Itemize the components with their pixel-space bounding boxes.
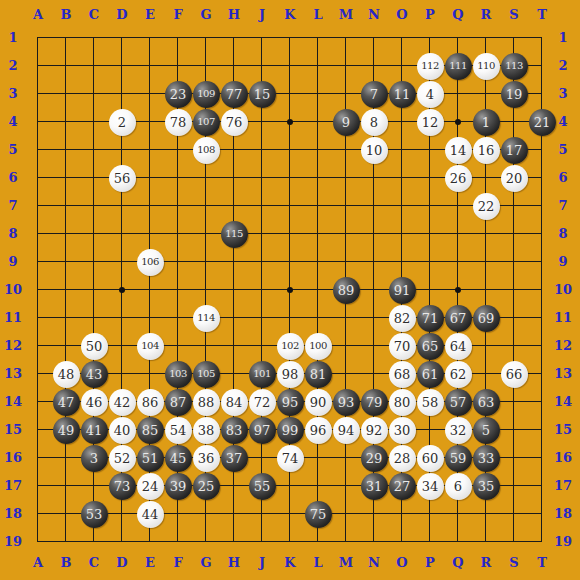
board-point-E18[interactable]: 44: [136, 500, 164, 528]
board-point-C16[interactable]: 3: [80, 444, 108, 472]
board-point-Q15[interactable]: 32: [444, 416, 472, 444]
stone-white-24-E17[interactable]: 24: [137, 473, 164, 500]
stone-white-68-O13[interactable]: 68: [389, 361, 416, 388]
board-point-C15[interactable]: 41: [80, 416, 108, 444]
board-point-C12[interactable]: 50: [80, 332, 108, 360]
move-number: 77: [226, 88, 243, 101]
board-point-J17[interactable]: 55: [248, 472, 276, 500]
stone-white-62-Q13[interactable]: 62: [445, 361, 472, 388]
stone-white-94-M15[interactable]: 94: [333, 417, 360, 444]
coordinate-label-right-14: 14: [553, 388, 573, 416]
stone-white-4-P3[interactable]: 4: [417, 81, 444, 108]
stone-white-104-E12[interactable]: 104: [137, 333, 164, 360]
board-point-G16[interactable]: 36: [192, 444, 220, 472]
move-number: 32: [450, 424, 467, 437]
board-point-C14[interactable]: 46: [80, 388, 108, 416]
move-number: 57: [450, 396, 467, 409]
go-record-viewer: ABCDEFGHJKLMNOPQRST ABCDEFGHJKLMNOPQRST …: [0, 0, 580, 580]
stone-white-70-O12[interactable]: 70: [389, 333, 416, 360]
board-point-O13[interactable]: 68: [388, 360, 416, 388]
board-point-F15[interactable]: 54: [164, 416, 192, 444]
stone-black-25-G17[interactable]: 25: [193, 473, 220, 500]
stone-black-93-M14[interactable]: 93: [333, 389, 360, 416]
board-point-O12[interactable]: 70: [388, 332, 416, 360]
stone-white-12-P4[interactable]: 12: [417, 109, 444, 136]
board-point-G14[interactable]: 88: [192, 388, 220, 416]
stone-white-14-Q5[interactable]: 14: [445, 137, 472, 164]
stone-white-30-O15[interactable]: 30: [389, 417, 416, 444]
board-point-G3[interactable]: 109: [192, 80, 220, 108]
stone-black-43-C13[interactable]: 43: [81, 361, 108, 388]
stone-black-3-C16[interactable]: 3: [81, 445, 108, 472]
board-point-J14[interactable]: 72: [248, 388, 276, 416]
board-point-L18[interactable]: 75: [304, 500, 332, 528]
board-point-H3[interactable]: 77: [220, 80, 248, 108]
board-point-H14[interactable]: 84: [220, 388, 248, 416]
stone-black-91-O10[interactable]: 91: [389, 277, 416, 304]
board-point-O16[interactable]: 28: [388, 444, 416, 472]
stone-white-92-N15[interactable]: 92: [361, 417, 388, 444]
stone-black-65-P12[interactable]: 65: [417, 333, 444, 360]
coordinate-label-bottom-A: A: [24, 554, 52, 571]
stone-black-1-R4[interactable]: 1: [473, 109, 500, 136]
stone-white-88-G14[interactable]: 88: [193, 389, 220, 416]
board-point-D14[interactable]: 42: [108, 388, 136, 416]
board-point-K16[interactable]: 74: [276, 444, 304, 472]
stone-white-16-R5[interactable]: 16: [473, 137, 500, 164]
move-number: 103: [169, 369, 187, 379]
board-point-N17[interactable]: 31: [360, 472, 388, 500]
board-point-O3[interactable]: 11: [388, 80, 416, 108]
stone-white-64-Q12[interactable]: 64: [445, 333, 472, 360]
coordinate-label-right-18: 18: [553, 500, 573, 528]
board-point-D16[interactable]: 52: [108, 444, 136, 472]
move-number: 2: [118, 116, 126, 129]
stone-white-32-Q15[interactable]: 32: [445, 417, 472, 444]
move-number: 15: [254, 88, 271, 101]
coordinate-label-left-5: 5: [3, 136, 23, 164]
board-point-E14[interactable]: 86: [136, 388, 164, 416]
stone-black-111-Q2[interactable]: 111: [445, 53, 472, 80]
stone-black-79-N14[interactable]: 79: [361, 389, 388, 416]
stone-black-7-N3[interactable]: 7: [361, 81, 388, 108]
board-point-L15[interactable]: 96: [304, 416, 332, 444]
move-number: 82: [394, 312, 411, 325]
stone-white-38-G15[interactable]: 38: [193, 417, 220, 444]
coordinate-label-top-Q: Q: [444, 6, 472, 23]
stone-white-78-F4[interactable]: 78: [165, 109, 192, 136]
board-point-M10[interactable]: 89: [332, 276, 360, 304]
stone-black-61-P13[interactable]: 61: [417, 361, 444, 388]
board-point-J13[interactable]: 101: [248, 360, 276, 388]
move-number: 37: [226, 452, 243, 465]
stone-black-49-B15[interactable]: 49: [53, 417, 80, 444]
coordinate-label-right-1: 1: [553, 24, 573, 52]
stone-black-23-F3[interactable]: 23: [165, 81, 192, 108]
board-point-Q11[interactable]: 67: [444, 304, 472, 332]
stone-black-101-J13[interactable]: 101: [249, 361, 276, 388]
board-point-Q16[interactable]: 59: [444, 444, 472, 472]
board-point-J15[interactable]: 97: [248, 416, 276, 444]
board-point-D17[interactable]: 73: [108, 472, 136, 500]
board-point-P12[interactable]: 65: [416, 332, 444, 360]
board-point-N4[interactable]: 8: [360, 108, 388, 136]
move-number: 90: [310, 396, 327, 409]
board-point-N14[interactable]: 79: [360, 388, 388, 416]
stone-black-83-H15[interactable]: 83: [221, 417, 248, 444]
board-point-L13[interactable]: 81: [304, 360, 332, 388]
coordinate-label-bottom-B: B: [52, 554, 80, 571]
board-point-E15[interactable]: 85: [136, 416, 164, 444]
board-point-F4[interactable]: 78: [164, 108, 192, 136]
stone-black-51-E16[interactable]: 51: [137, 445, 164, 472]
coordinate-label-right-13: 13: [553, 360, 573, 388]
stone-white-112-P2[interactable]: 112: [417, 53, 444, 80]
stone-white-74-K16[interactable]: 74: [277, 445, 304, 472]
stone-white-26-Q6[interactable]: 26: [445, 165, 472, 192]
board-point-G5[interactable]: 108: [192, 136, 220, 164]
board-point-F16[interactable]: 45: [164, 444, 192, 472]
stone-white-34-P17[interactable]: 34: [417, 473, 444, 500]
coordinate-label-right-16: 16: [553, 444, 573, 472]
stone-white-20-S6[interactable]: 20: [501, 165, 528, 192]
stone-white-82-O11[interactable]: 82: [389, 305, 416, 332]
board-point-Q5[interactable]: 14: [444, 136, 472, 164]
move-number: 83: [226, 424, 243, 437]
board-point-P2[interactable]: 112: [416, 52, 444, 80]
board-point-D6[interactable]: 56: [108, 164, 136, 192]
board-point-E16[interactable]: 51: [136, 444, 164, 472]
board-point-K15[interactable]: 99: [276, 416, 304, 444]
stone-white-36-G16[interactable]: 36: [193, 445, 220, 472]
board-point-P17[interactable]: 34: [416, 472, 444, 500]
board-point-B15[interactable]: 49: [52, 416, 80, 444]
move-number: 79: [366, 396, 383, 409]
stone-white-84-H14[interactable]: 84: [221, 389, 248, 416]
stone-black-41-C15[interactable]: 41: [81, 417, 108, 444]
stone-black-11-O3[interactable]: 11: [389, 81, 416, 108]
board-point-O11[interactable]: 82: [388, 304, 416, 332]
board-point-N16[interactable]: 29: [360, 444, 388, 472]
coordinate-label-left-18: 18: [3, 500, 23, 528]
stone-black-67-Q11[interactable]: 67: [445, 305, 472, 332]
coordinate-label-bottom-S: S: [500, 554, 528, 571]
move-number: 47: [58, 396, 75, 409]
stone-white-114-G11[interactable]: 114: [193, 305, 220, 332]
board-point-T4[interactable]: 21: [528, 108, 556, 136]
board-point-C18[interactable]: 53: [80, 500, 108, 528]
stone-black-85-E15[interactable]: 85: [137, 417, 164, 444]
move-number: 20: [506, 172, 523, 185]
move-number: 97: [254, 424, 271, 437]
move-number: 100: [309, 341, 327, 351]
go-board[interactable]: 1234567891011121415161719202122232425262…: [24, 24, 556, 556]
move-number: 73: [114, 480, 131, 493]
stone-black-29-N16[interactable]: 29: [361, 445, 388, 472]
board-point-Q17[interactable]: 6: [444, 472, 472, 500]
move-number: 22: [478, 200, 495, 213]
move-number: 107: [197, 117, 215, 127]
stone-white-96-L15[interactable]: 96: [305, 417, 332, 444]
stone-white-8-N4[interactable]: 8: [361, 109, 388, 136]
stone-black-109-G3[interactable]: 109: [193, 81, 220, 108]
coordinate-label-top-E: E: [136, 6, 164, 23]
stone-black-99-K15[interactable]: 99: [277, 417, 304, 444]
stone-white-102-K12[interactable]: 102: [277, 333, 304, 360]
board-point-Q2[interactable]: 111: [444, 52, 472, 80]
board-point-L14[interactable]: 90: [304, 388, 332, 416]
move-number: 69: [478, 312, 495, 325]
board-point-G11[interactable]: 114: [192, 304, 220, 332]
board-point-G13[interactable]: 105: [192, 360, 220, 388]
stone-black-27-O17[interactable]: 27: [389, 473, 416, 500]
board-point-O15[interactable]: 30: [388, 416, 416, 444]
stone-white-110-R2[interactable]: 110: [473, 53, 500, 80]
stone-black-47-B14[interactable]: 47: [53, 389, 80, 416]
stone-black-39-F17[interactable]: 39: [165, 473, 192, 500]
stone-white-6-Q17[interactable]: 6: [445, 473, 472, 500]
stone-black-37-H16[interactable]: 37: [221, 445, 248, 472]
board-point-O17[interactable]: 27: [388, 472, 416, 500]
board-point-D15[interactable]: 40: [108, 416, 136, 444]
move-number: 80: [394, 396, 411, 409]
board-point-S3[interactable]: 19: [500, 80, 528, 108]
board-point-S13[interactable]: 66: [500, 360, 528, 388]
stone-black-15-J3[interactable]: 15: [249, 81, 276, 108]
board-point-Q13[interactable]: 62: [444, 360, 472, 388]
board-point-R5[interactable]: 16: [472, 136, 500, 164]
board-point-Q14[interactable]: 57: [444, 388, 472, 416]
stone-black-107-G4[interactable]: 107: [193, 109, 220, 136]
board-point-H4[interactable]: 76: [220, 108, 248, 136]
move-number: 88: [198, 396, 215, 409]
stone-black-97-J15[interactable]: 97: [249, 417, 276, 444]
move-number: 66: [506, 368, 523, 381]
stone-black-105-G13[interactable]: 105: [193, 361, 220, 388]
stone-white-98-K13[interactable]: 98: [277, 361, 304, 388]
board-point-R15[interactable]: 5: [472, 416, 500, 444]
coordinate-label-top-D: D: [108, 6, 136, 23]
top-coordinates: ABCDEFGHJKLMNOPQRST: [24, 6, 556, 23]
coordinate-label-right-9: 9: [553, 248, 573, 276]
board-point-N5[interactable]: 10: [360, 136, 388, 164]
stone-white-60-P16[interactable]: 60: [417, 445, 444, 472]
stone-white-100-L12[interactable]: 100: [305, 333, 332, 360]
coordinate-label-bottom-J: J: [248, 554, 276, 571]
stone-white-86-E14[interactable]: 86: [137, 389, 164, 416]
stone-black-17-S5[interactable]: 17: [501, 137, 528, 164]
board-point-F3[interactable]: 23: [164, 80, 192, 108]
coordinate-label-left-9: 9: [3, 248, 23, 276]
move-number: 10: [366, 144, 383, 157]
stone-black-103-F13[interactable]: 103: [165, 361, 192, 388]
coordinate-label-top-R: R: [472, 6, 500, 23]
board-point-M14[interactable]: 93: [332, 388, 360, 416]
coordinate-label-left-1: 1: [3, 24, 23, 52]
board-point-H15[interactable]: 83: [220, 416, 248, 444]
stone-black-73-D17[interactable]: 73: [109, 473, 136, 500]
coordinate-label-bottom-E: E: [136, 554, 164, 571]
board-point-O14[interactable]: 80: [388, 388, 416, 416]
board-point-P14[interactable]: 58: [416, 388, 444, 416]
move-number: 115: [225, 229, 243, 239]
stone-black-69-R11[interactable]: 69: [473, 305, 500, 332]
board-point-E9[interactable]: 106: [136, 248, 164, 276]
stone-white-58-P14[interactable]: 58: [417, 389, 444, 416]
board-point-H16[interactable]: 37: [220, 444, 248, 472]
board-point-P3[interactable]: 4: [416, 80, 444, 108]
board-point-P16[interactable]: 60: [416, 444, 444, 472]
board-point-S2[interactable]: 113: [500, 52, 528, 80]
board-point-R14[interactable]: 63: [472, 388, 500, 416]
board-point-K14[interactable]: 95: [276, 388, 304, 416]
move-number: 30: [394, 424, 411, 437]
stone-white-80-O14[interactable]: 80: [389, 389, 416, 416]
move-number: 1: [482, 116, 490, 129]
stone-black-113-S2[interactable]: 113: [501, 53, 528, 80]
board-point-D4[interactable]: 2: [108, 108, 136, 136]
move-number: 36: [198, 452, 215, 465]
coordinate-label-bottom-M: M: [332, 554, 360, 571]
stone-black-95-K14[interactable]: 95: [277, 389, 304, 416]
stone-black-9-M4[interactable]: 9: [333, 109, 360, 136]
stone-white-44-E18[interactable]: 44: [137, 501, 164, 528]
stone-white-56-D6[interactable]: 56: [109, 165, 136, 192]
move-number: 75: [310, 508, 327, 521]
board-point-M4[interactable]: 9: [332, 108, 360, 136]
board-point-Q6[interactable]: 26: [444, 164, 472, 192]
move-number: 105: [197, 369, 215, 379]
board-point-G4[interactable]: 107: [192, 108, 220, 136]
stone-white-2-D4[interactable]: 2: [109, 109, 136, 136]
coordinate-label-left-15: 15: [3, 416, 23, 444]
coordinate-label-bottom-R: R: [472, 554, 500, 571]
stone-black-35-R17[interactable]: 35: [473, 473, 500, 500]
stone-black-89-M10[interactable]: 89: [333, 277, 360, 304]
stone-white-72-J14[interactable]: 72: [249, 389, 276, 416]
board-point-P4[interactable]: 12: [416, 108, 444, 136]
board-point-N3[interactable]: 7: [360, 80, 388, 108]
move-number: 3: [90, 452, 98, 465]
board-point-R17[interactable]: 35: [472, 472, 500, 500]
stone-black-63-R14[interactable]: 63: [473, 389, 500, 416]
stone-white-90-L14[interactable]: 90: [305, 389, 332, 416]
board-point-P11[interactable]: 71: [416, 304, 444, 332]
stone-black-75-L18[interactable]: 75: [305, 501, 332, 528]
move-number: 99: [282, 424, 299, 437]
board-point-L12[interactable]: 100: [304, 332, 332, 360]
board-point-E17[interactable]: 24: [136, 472, 164, 500]
board-point-S6[interactable]: 20: [500, 164, 528, 192]
board-point-Q12[interactable]: 64: [444, 332, 472, 360]
stone-white-42-D14[interactable]: 42: [109, 389, 136, 416]
stone-white-10-N5[interactable]: 10: [361, 137, 388, 164]
board-point-H8[interactable]: 115: [220, 220, 248, 248]
stone-white-28-O16[interactable]: 28: [389, 445, 416, 472]
board-point-J3[interactable]: 15: [248, 80, 276, 108]
coordinate-label-top-T: T: [528, 6, 556, 23]
stone-black-21-T4[interactable]: 21: [529, 109, 556, 136]
board-point-B13[interactable]: 48: [52, 360, 80, 388]
stone-black-45-F16[interactable]: 45: [165, 445, 192, 472]
board-point-R4[interactable]: 1: [472, 108, 500, 136]
move-number: 24: [142, 480, 159, 493]
stone-black-55-J17[interactable]: 55: [249, 473, 276, 500]
stone-white-76-H4[interactable]: 76: [221, 109, 248, 136]
stone-black-31-N17[interactable]: 31: [361, 473, 388, 500]
board-point-F13[interactable]: 103: [164, 360, 192, 388]
board-point-F14[interactable]: 87: [164, 388, 192, 416]
stone-white-108-G5[interactable]: 108: [193, 137, 220, 164]
coordinate-label-bottom-Q: Q: [444, 554, 472, 571]
stone-black-115-H8[interactable]: 115: [221, 221, 248, 248]
move-number: 102: [281, 341, 299, 351]
move-number: 76: [226, 116, 243, 129]
coordinate-label-top-M: M: [332, 6, 360, 23]
move-number: 78: [170, 116, 187, 129]
board-point-S5[interactable]: 17: [500, 136, 528, 164]
stone-white-66-S13[interactable]: 66: [501, 361, 528, 388]
coordinate-label-right-11: 11: [553, 304, 573, 332]
board-point-K13[interactable]: 98: [276, 360, 304, 388]
stone-black-59-Q16[interactable]: 59: [445, 445, 472, 472]
stone-white-54-F15[interactable]: 54: [165, 417, 192, 444]
coordinate-label-top-N: N: [360, 6, 388, 23]
coordinate-label-right-8: 8: [553, 220, 573, 248]
coordinate-label-right-12: 12: [553, 332, 573, 360]
stone-black-19-S3[interactable]: 19: [501, 81, 528, 108]
board-point-P13[interactable]: 61: [416, 360, 444, 388]
board-point-R7[interactable]: 22: [472, 192, 500, 220]
stone-black-77-H3[interactable]: 77: [221, 81, 248, 108]
stone-white-22-R7[interactable]: 22: [473, 193, 500, 220]
move-number: 95: [282, 396, 299, 409]
board-point-R2[interactable]: 110: [472, 52, 500, 80]
board-point-B14[interactable]: 47: [52, 388, 80, 416]
stone-black-53-C18[interactable]: 53: [81, 501, 108, 528]
board-point-N15[interactable]: 92: [360, 416, 388, 444]
board-point-M15[interactable]: 94: [332, 416, 360, 444]
stone-black-87-F14[interactable]: 87: [165, 389, 192, 416]
stone-white-106-E9[interactable]: 106: [137, 249, 164, 276]
board-point-C13[interactable]: 43: [80, 360, 108, 388]
board-point-E12[interactable]: 104: [136, 332, 164, 360]
board-point-G15[interactable]: 38: [192, 416, 220, 444]
stone-black-81-L13[interactable]: 81: [305, 361, 332, 388]
move-number: 52: [114, 452, 131, 465]
board-point-O10[interactable]: 91: [388, 276, 416, 304]
coordinate-label-top-C: C: [80, 6, 108, 23]
board-point-G17[interactable]: 25: [192, 472, 220, 500]
stone-white-46-C14[interactable]: 46: [81, 389, 108, 416]
move-number: 81: [310, 368, 327, 381]
move-number: 42: [114, 396, 131, 409]
stone-white-48-B13[interactable]: 48: [53, 361, 80, 388]
board-point-R11[interactable]: 69: [472, 304, 500, 332]
stone-black-33-R16[interactable]: 33: [473, 445, 500, 472]
stone-white-50-C12[interactable]: 50: [81, 333, 108, 360]
board-point-K12[interactable]: 102: [276, 332, 304, 360]
move-number: 60: [422, 452, 439, 465]
stone-black-71-P11[interactable]: 71: [417, 305, 444, 332]
board-point-F17[interactable]: 39: [164, 472, 192, 500]
board-point-R16[interactable]: 33: [472, 444, 500, 472]
stone-white-52-D16[interactable]: 52: [109, 445, 136, 472]
stone-black-5-R15[interactable]: 5: [473, 417, 500, 444]
stone-black-57-Q14[interactable]: 57: [445, 389, 472, 416]
stone-white-40-D15[interactable]: 40: [109, 417, 136, 444]
move-number: 54: [170, 424, 187, 437]
